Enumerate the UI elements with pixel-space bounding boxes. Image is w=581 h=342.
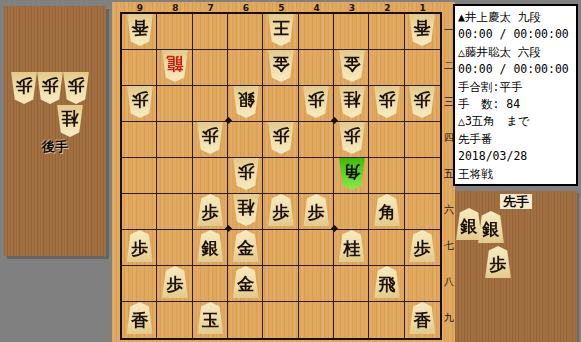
board-cell-72[interactable] bbox=[193, 50, 228, 86]
board-cell-24[interactable] bbox=[369, 122, 404, 158]
board-cell-61[interactable] bbox=[228, 14, 263, 50]
board-cell-36[interactable] bbox=[334, 194, 369, 230]
board-cell-47[interactable] bbox=[299, 230, 334, 266]
board-cell-75[interactable] bbox=[193, 158, 228, 194]
board-cell-62[interactable] bbox=[228, 50, 263, 86]
sente-tray-label: 先手 bbox=[455, 193, 577, 211]
board-cell-71[interactable] bbox=[193, 14, 228, 50]
board-cell-58[interactable] bbox=[263, 266, 298, 302]
board-cell-69[interactable] bbox=[228, 302, 263, 338]
board-cell-98[interactable] bbox=[122, 266, 157, 302]
board-cell-29[interactable] bbox=[369, 302, 404, 338]
board-cell-27[interactable] bbox=[369, 230, 404, 266]
info-line-7: △3五角 まで bbox=[458, 113, 573, 130]
board-cell-14[interactable] bbox=[405, 122, 440, 158]
board-cell-78[interactable] bbox=[193, 266, 228, 302]
game-info-panel: ▲井上慶太 九段00:00 / 00:00:00△藤井聡太 六段00:00 / … bbox=[453, 4, 578, 186]
info-line-8: 先手番 bbox=[458, 131, 573, 148]
board-cell-18[interactable] bbox=[405, 266, 440, 302]
info-line-1: ▲井上慶太 九段 bbox=[458, 9, 573, 26]
board-cell-45[interactable] bbox=[299, 158, 334, 194]
info-line-6: 手 数: 84 bbox=[458, 96, 573, 113]
info-line-2: 00:00 / 00:00:00 bbox=[458, 26, 573, 43]
board-cell-48[interactable] bbox=[299, 266, 334, 302]
gote-tray-label: 後手 bbox=[4, 138, 106, 156]
board-cell-86[interactable] bbox=[157, 194, 192, 230]
board-cell-22[interactable] bbox=[369, 50, 404, 86]
info-line-3: △藤井聡太 六段 bbox=[458, 44, 573, 61]
board-cell-55[interactable] bbox=[263, 158, 298, 194]
info-line-4: 00:00 / 00:00:00 bbox=[458, 61, 573, 78]
board-cell-81[interactable] bbox=[157, 14, 192, 50]
board-cell-83[interactable] bbox=[157, 86, 192, 122]
board-cell-92[interactable] bbox=[122, 50, 157, 86]
board-cell-57[interactable] bbox=[263, 230, 298, 266]
gote-hand-tray: 後手 bbox=[4, 6, 106, 256]
board-cell-16[interactable] bbox=[405, 194, 440, 230]
board-cell-31[interactable] bbox=[334, 14, 369, 50]
board-cell-64[interactable] bbox=[228, 122, 263, 158]
board-cell-25[interactable] bbox=[369, 158, 404, 194]
board-cell-39[interactable] bbox=[334, 302, 369, 338]
board-cell-38[interactable] bbox=[334, 266, 369, 302]
board-cell-59[interactable] bbox=[263, 302, 298, 338]
board-cell-94[interactable] bbox=[122, 122, 157, 158]
board-cell-73[interactable] bbox=[193, 86, 228, 122]
info-line-10: 王将戦 bbox=[458, 166, 573, 183]
board-cell-12[interactable] bbox=[405, 50, 440, 86]
info-line-9: 2018/03/28 bbox=[458, 148, 573, 165]
info-line-5: 手合割:平手 bbox=[458, 79, 573, 96]
board-cell-15[interactable] bbox=[405, 158, 440, 194]
board-cell-42[interactable] bbox=[299, 50, 334, 86]
board-cell-84[interactable] bbox=[157, 122, 192, 158]
board-cell-41[interactable] bbox=[299, 14, 334, 50]
board-cell-95[interactable] bbox=[122, 158, 157, 194]
board-cell-96[interactable] bbox=[122, 194, 157, 230]
board-cell-87[interactable] bbox=[157, 230, 192, 266]
board-cell-89[interactable] bbox=[157, 302, 192, 338]
board-cell-49[interactable] bbox=[299, 302, 334, 338]
board-cell-21[interactable] bbox=[369, 14, 404, 50]
board-cell-44[interactable] bbox=[299, 122, 334, 158]
board-cell-85[interactable] bbox=[157, 158, 192, 194]
board-cell-53[interactable] bbox=[263, 86, 298, 122]
